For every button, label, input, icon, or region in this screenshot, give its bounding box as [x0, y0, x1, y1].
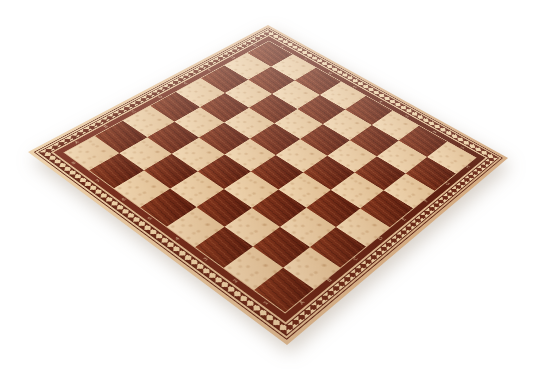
board-shadow: ABCDEFGH ABCDEFGH 87654321 87654321 [0, 0, 540, 370]
squares [65, 41, 476, 312]
photo-background: ABCDEFGH ABCDEFGH 87654321 87654321 [0, 0, 540, 370]
chessboard: ABCDEFGH ABCDEFGH 87654321 87654321 [28, 25, 508, 345]
